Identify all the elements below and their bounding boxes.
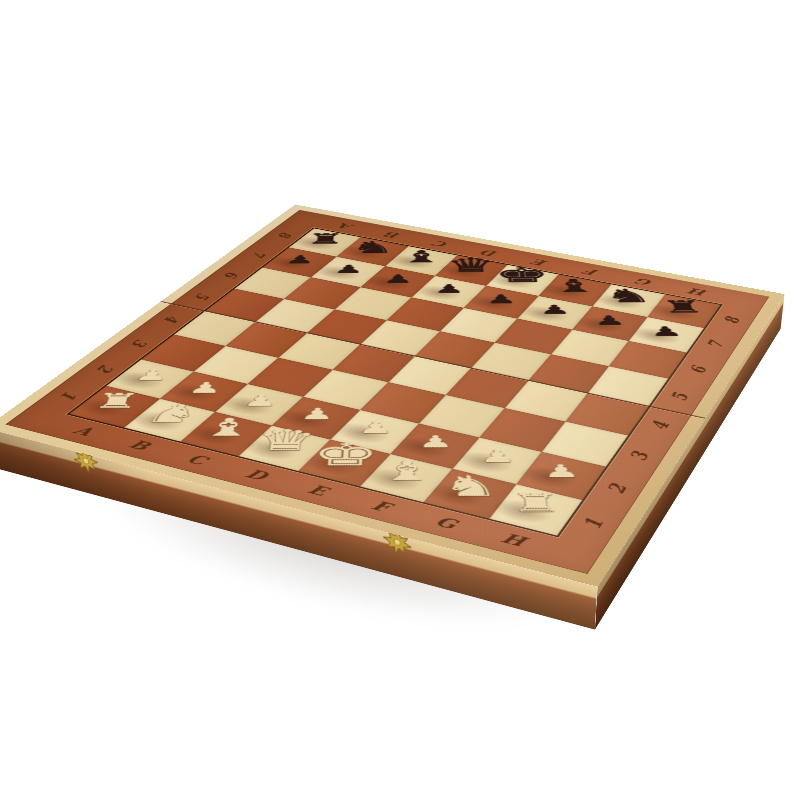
piece-glyph: ♟ xyxy=(383,273,413,284)
piece-glyph: ♞ xyxy=(602,286,654,305)
piece-glyph: ♝ xyxy=(400,248,444,264)
brass-clasp-left[interactable] xyxy=(69,445,103,477)
piece-glyph: ♞ xyxy=(350,239,395,255)
piece-glyph: ♟ xyxy=(434,283,464,295)
piece-glyph: ♟ xyxy=(486,293,517,305)
brass-clasp-icon xyxy=(69,445,103,477)
page-background: AABBCCDDEEFFGGHH1122334455667788 ♜♞♝♛♚♝♞… xyxy=(0,0,800,800)
piece-glyph: ♟ xyxy=(593,314,627,327)
piece-glyph: ♛ xyxy=(446,256,498,275)
piece-glyph: ♟ xyxy=(333,263,363,274)
piece-glyph: ♜ xyxy=(660,298,706,314)
piece-glyph: ♟ xyxy=(648,325,683,338)
product-photo-scene: AABBCCDDEEFFGGHH1122334455667788 ♜♞♝♛♚♝♞… xyxy=(0,0,800,800)
piece-glyph: ♜ xyxy=(306,232,345,246)
piece-glyph: ♝ xyxy=(550,277,598,295)
piece-glyph: ♚ xyxy=(494,264,551,285)
piece-glyph: ♟ xyxy=(285,254,315,265)
chess-board: AABBCCDDEEFFGGHH1122334455667788 ♜♞♝♛♚♝♞… xyxy=(0,205,784,587)
piece-glyph: ♟ xyxy=(538,303,571,315)
